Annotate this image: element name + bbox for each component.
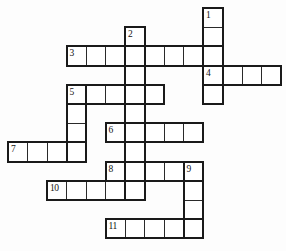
grid-cell[interactable] [67,46,87,65]
grid-cell[interactable] [203,27,223,46]
grid-cell[interactable] [125,27,145,46]
cell-separator [125,181,126,200]
cell-separator [125,123,145,124]
grid-cell[interactable] [125,104,145,123]
cell-separator [164,123,165,142]
grid-cell[interactable] [184,123,204,142]
grid-cell[interactable] [106,162,126,181]
cell-separator [106,180,126,181]
cell-separator [27,142,28,161]
cell-separator [242,66,243,85]
grid-cell[interactable] [67,123,87,142]
grid-cell[interactable] [67,142,87,161]
cell-separator [86,46,87,65]
cell-separator [164,46,165,65]
cell-separator [86,181,87,200]
grid-cell[interactable] [145,162,165,181]
cell-separator [183,162,184,181]
grid-cell[interactable] [145,46,165,65]
cell-separator [66,142,67,161]
cell-separator [125,180,145,181]
cell-separator [164,219,165,238]
grid-cell[interactable] [125,123,145,142]
cell-separator [125,162,126,181]
cell-separator [125,46,145,47]
grid-cell[interactable] [86,85,106,104]
grid-cell[interactable] [145,219,165,238]
cell-separator [125,142,145,143]
cell-separator [144,46,145,65]
grid-cell[interactable] [28,142,48,161]
grid-cell[interactable] [203,66,223,85]
grid-cell[interactable] [262,66,282,85]
cell-separator [125,161,145,162]
cell-separator [144,219,145,238]
cell-separator [184,219,204,220]
grid-cell[interactable] [184,46,204,65]
cell-separator [203,27,223,28]
grid-cell[interactable] [106,46,126,65]
cell-separator [125,123,126,142]
grid-cell[interactable] [203,46,223,65]
grid-cell[interactable] [145,85,165,104]
cell-separator [125,46,126,65]
grid-cell[interactable] [67,85,87,104]
grid-cell[interactable] [145,123,165,142]
grid-cell[interactable] [67,181,87,200]
grid-cell[interactable] [86,46,106,65]
grid-cell[interactable] [164,219,184,238]
grid-cell[interactable] [106,123,126,142]
grid-cell[interactable] [184,181,204,200]
grid-cell[interactable] [106,85,126,104]
cell-separator [164,162,165,181]
grid-cell[interactable] [184,162,204,181]
cell-separator [67,123,87,124]
grid-cell[interactable] [242,66,262,85]
grid-cell[interactable] [8,142,28,161]
cell-separator [184,180,204,181]
grid-cell[interactable] [184,200,204,219]
cell-separator [125,219,126,238]
grid-cell[interactable] [86,181,106,200]
crossword-puzzle: 1234567891011 [0,0,286,251]
grid-cell[interactable] [125,85,145,104]
crossword-grid: 1234567891011 [0,0,286,251]
cell-separator [67,142,87,143]
grid-cell[interactable] [106,181,126,200]
grid-cell[interactable] [164,46,184,65]
cell-separator [144,123,145,142]
cell-separator [144,162,145,181]
grid-cell[interactable] [203,8,223,27]
cell-separator [144,85,145,104]
grid-cell[interactable] [125,142,145,161]
grid-cell[interactable] [184,219,204,238]
cell-separator [184,200,204,201]
cell-separator [105,85,106,104]
grid-cell[interactable] [125,181,145,200]
grid-cell[interactable] [164,123,184,142]
cell-separator [125,65,145,66]
cell-separator [125,85,126,104]
cell-separator [105,46,106,65]
cell-separator [183,219,184,238]
cell-separator [47,142,48,161]
grid-cell[interactable] [203,85,223,104]
cell-separator [86,85,87,104]
cell-separator [203,65,223,66]
cell-separator [203,46,204,65]
cell-separator [66,181,67,200]
grid-cell[interactable] [164,162,184,181]
grid-cell[interactable] [125,66,145,85]
grid-cell[interactable] [47,142,67,161]
cell-separator [125,84,145,85]
grid-cell[interactable] [125,219,145,238]
cell-separator [125,104,145,105]
cell-separator [183,46,184,65]
grid-cell[interactable] [223,66,243,85]
cell-separator [261,66,262,85]
cell-separator [203,84,223,85]
cell-separator [203,46,223,47]
cell-separator [222,66,223,85]
cell-separator [105,181,106,200]
grid-cell[interactable] [125,46,145,65]
grid-cell[interactable] [67,104,87,123]
grid-cell[interactable] [47,181,67,200]
cell-separator [183,123,184,142]
grid-cell[interactable] [106,219,126,238]
grid-cell[interactable] [125,162,145,181]
cell-separator [67,104,87,105]
